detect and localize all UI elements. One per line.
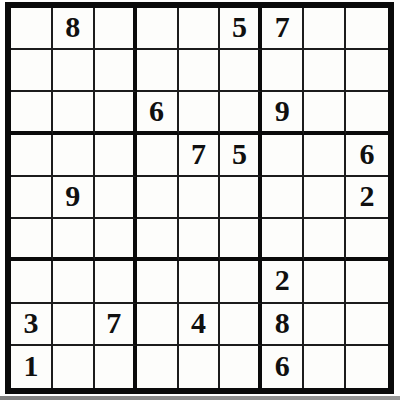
empty-cell-r7c2[interactable] <box>53 261 95 303</box>
empty-cell-r2c9[interactable] <box>346 50 388 92</box>
empty-cell-r2c8[interactable] <box>304 50 346 92</box>
empty-cell-r2c7[interactable] <box>262 50 304 92</box>
empty-cell-r1c9[interactable] <box>346 8 388 50</box>
empty-cell-r6c2[interactable] <box>53 219 95 261</box>
empty-cell-r6c4[interactable] <box>137 219 179 261</box>
empty-cell-r7c1[interactable] <box>11 261 53 303</box>
empty-cell-r3c1[interactable] <box>11 92 53 134</box>
empty-cell-r8c6[interactable] <box>220 304 262 346</box>
empty-cell-r7c9[interactable] <box>346 261 388 303</box>
empty-cell-r5c6[interactable] <box>220 177 262 219</box>
given-digit-r5c9: 2 <box>346 177 388 219</box>
empty-cell-r9c5[interactable] <box>179 346 221 388</box>
empty-cell-r2c5[interactable] <box>179 50 221 92</box>
empty-cell-r1c3[interactable] <box>95 8 137 50</box>
given-digit-r1c6: 5 <box>220 8 262 50</box>
empty-cell-r4c7[interactable] <box>262 135 304 177</box>
empty-cell-r7c8[interactable] <box>304 261 346 303</box>
empty-cell-r2c4[interactable] <box>137 50 179 92</box>
given-digit-r9c9 <box>346 346 388 388</box>
given-digit-r3c7: 9 <box>262 92 304 134</box>
given-digit-r4c9: 6 <box>346 135 388 177</box>
empty-cell-r5c4[interactable] <box>137 177 179 219</box>
empty-cell-r7c4[interactable] <box>137 261 179 303</box>
empty-cell-r5c7[interactable] <box>262 177 304 219</box>
empty-cell-r9c8[interactable] <box>304 346 346 388</box>
empty-cell-r2c3[interactable] <box>95 50 137 92</box>
empty-cell-r6c6[interactable] <box>220 219 262 261</box>
given-digit-r4c6: 5 <box>220 135 262 177</box>
empty-cell-r9c6[interactable] <box>220 346 262 388</box>
empty-cell-r8c9[interactable] <box>346 304 388 346</box>
given-digit-r4c5: 7 <box>179 135 221 177</box>
empty-cell-r9c2[interactable] <box>53 346 95 388</box>
empty-cell-r7c3[interactable] <box>95 261 137 303</box>
page-scan-shadow <box>0 396 400 400</box>
empty-cell-r3c6[interactable] <box>220 92 262 134</box>
given-digit-r9c7: 6 <box>262 346 304 388</box>
empty-cell-r6c9[interactable] <box>346 219 388 261</box>
given-digit-r8c1: 3 <box>11 304 53 346</box>
empty-cell-r4c3[interactable] <box>95 135 137 177</box>
sudoku-board: 85769756922374816 <box>5 2 394 394</box>
empty-cell-r7c5[interactable] <box>179 261 221 303</box>
empty-cell-r3c5[interactable] <box>179 92 221 134</box>
given-digit-r3c4: 6 <box>137 92 179 134</box>
empty-cell-r3c2[interactable] <box>53 92 95 134</box>
empty-cell-r6c8[interactable] <box>304 219 346 261</box>
given-digit-r1c7: 7 <box>262 8 304 50</box>
given-digit-r8c3: 7 <box>95 304 137 346</box>
empty-cell-r1c4[interactable] <box>137 8 179 50</box>
empty-cell-r6c7[interactable] <box>262 219 304 261</box>
empty-cell-r4c1[interactable] <box>11 135 53 177</box>
empty-cell-r1c8[interactable] <box>304 8 346 50</box>
given-digit-r8c7: 8 <box>262 304 304 346</box>
empty-cell-r3c9[interactable] <box>346 92 388 134</box>
given-digit-r8c5: 4 <box>179 304 221 346</box>
empty-cell-r1c1[interactable] <box>11 8 53 50</box>
empty-cell-r9c3[interactable] <box>95 346 137 388</box>
empty-cell-r9c4[interactable] <box>137 346 179 388</box>
empty-cell-r4c2[interactable] <box>53 135 95 177</box>
given-digit-r5c2: 9 <box>53 177 95 219</box>
scanned-sudoku-page: 85769756922374816 <box>0 0 400 400</box>
empty-cell-r8c8[interactable] <box>304 304 346 346</box>
empty-cell-r4c8[interactable] <box>304 135 346 177</box>
empty-cell-r3c3[interactable] <box>95 92 137 134</box>
empty-cell-r5c5[interactable] <box>179 177 221 219</box>
empty-cell-r7c6[interactable] <box>220 261 262 303</box>
empty-cell-r6c5[interactable] <box>179 219 221 261</box>
empty-cell-r2c6[interactable] <box>220 50 262 92</box>
empty-cell-r5c3[interactable] <box>95 177 137 219</box>
given-digit-r9c1: 1 <box>11 346 53 388</box>
empty-cell-r5c1[interactable] <box>11 177 53 219</box>
empty-cell-r6c1[interactable] <box>11 219 53 261</box>
empty-cell-r3c8[interactable] <box>304 92 346 134</box>
empty-cell-r2c1[interactable] <box>11 50 53 92</box>
given-digit-r1c2: 8 <box>53 8 95 50</box>
empty-cell-r8c2[interactable] <box>53 304 95 346</box>
empty-cell-r4c4[interactable] <box>137 135 179 177</box>
empty-cell-r8c4[interactable] <box>137 304 179 346</box>
given-digit-r7c7: 2 <box>262 261 304 303</box>
empty-cell-r2c2[interactable] <box>53 50 95 92</box>
empty-cell-r1c5[interactable] <box>179 8 221 50</box>
empty-cell-r5c8[interactable] <box>304 177 346 219</box>
empty-cell-r6c3[interactable] <box>95 219 137 261</box>
